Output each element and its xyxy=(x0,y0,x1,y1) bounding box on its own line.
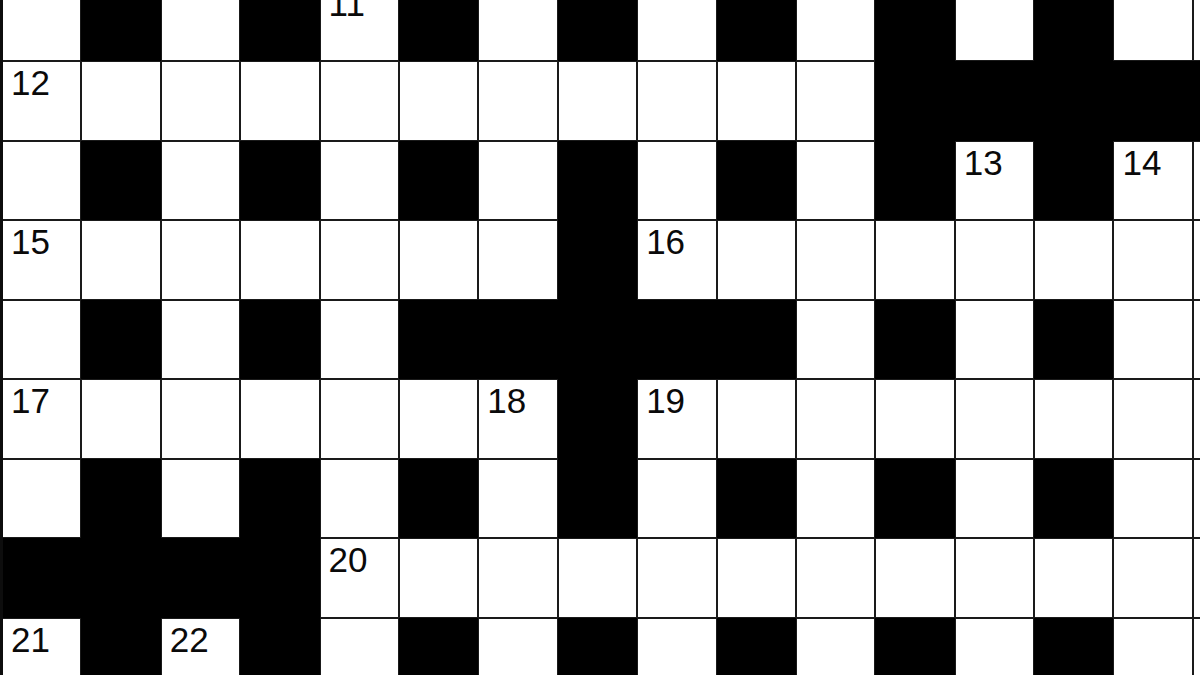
black-cell-r7-c6 xyxy=(399,459,478,539)
white-cell-r8-c10[interactable] xyxy=(717,538,796,618)
white-cell-r6-c16[interactable] xyxy=(1193,379,1200,459)
white-cell-r1-c3[interactable] xyxy=(161,0,240,61)
clue-number-22: 22 xyxy=(170,620,209,659)
white-cell-r7-c13[interactable] xyxy=(955,459,1034,539)
black-cell-r7-c2 xyxy=(81,459,160,539)
black-cell-r9-c12 xyxy=(875,618,954,675)
white-cell-r7-c15[interactable] xyxy=(1113,459,1192,539)
white-cell-r7-c9[interactable] xyxy=(637,459,716,539)
white-cell-r8-c6[interactable] xyxy=(399,538,478,618)
white-cell-r2-c2[interactable] xyxy=(81,61,160,141)
black-cell-r5-c2 xyxy=(81,300,160,380)
white-cell-r6-c4[interactable] xyxy=(240,379,319,459)
white-cell-r6-c12[interactable] xyxy=(875,379,954,459)
black-cell-r1-c10 xyxy=(717,0,796,61)
white-cell-r9-c3[interactable]: 22 xyxy=(161,618,240,675)
white-cell-r1-c9[interactable] xyxy=(637,0,716,61)
black-cell-r5-c10 xyxy=(717,300,796,380)
white-cell-r2-c9[interactable] xyxy=(637,61,716,141)
black-cell-r5-c6 xyxy=(399,300,478,380)
white-cell-r2-c11[interactable] xyxy=(796,61,875,141)
white-cell-r3-c7[interactable] xyxy=(478,141,557,221)
white-cell-r4-c12[interactable] xyxy=(875,220,954,300)
white-cell-r6-c14[interactable] xyxy=(1034,379,1113,459)
white-cell-r9-c7[interactable] xyxy=(478,618,557,675)
white-cell-r4-c15[interactable] xyxy=(1113,220,1192,300)
white-cell-r3-c13[interactable]: 13 xyxy=(955,141,1034,221)
white-cell-r9-c15[interactable] xyxy=(1113,618,1192,675)
white-cell-r3-c9[interactable] xyxy=(637,141,716,221)
white-cell-r2-c6[interactable] xyxy=(399,61,478,141)
white-cell-r2-c1[interactable]: 12 xyxy=(2,61,81,141)
white-cell-r4-c10[interactable] xyxy=(717,220,796,300)
white-cell-r6-c3[interactable] xyxy=(161,379,240,459)
black-cell-r5-c12 xyxy=(875,300,954,380)
black-cell-r1-c6 xyxy=(399,0,478,61)
black-cell-r3-c2 xyxy=(81,141,160,221)
black-cell-r1-c2 xyxy=(81,0,160,61)
white-cell-r2-c3[interactable] xyxy=(161,61,240,141)
black-cell-r7-c10 xyxy=(717,459,796,539)
white-cell-r4-c4[interactable] xyxy=(240,220,319,300)
white-cell-r4-c7[interactable] xyxy=(478,220,557,300)
black-cell-r9-c10 xyxy=(717,618,796,675)
black-cell-r9-c2 xyxy=(81,618,160,675)
black-cell-r5-c4 xyxy=(240,300,319,380)
clue-number-11: 11 xyxy=(329,0,365,23)
white-cell-r8-c16[interactable] xyxy=(1193,538,1200,618)
white-cell-r6-c6[interactable] xyxy=(399,379,478,459)
white-cell-r6-c1[interactable]: 17 xyxy=(2,379,81,459)
clue-number-20: 20 xyxy=(329,540,368,579)
white-cell-r4-c9[interactable]: 16 xyxy=(637,220,716,300)
white-cell-r9-c9[interactable] xyxy=(637,618,716,675)
black-cell-r9-c14 xyxy=(1034,618,1113,675)
white-cell-r6-c13[interactable] xyxy=(955,379,1034,459)
white-cell-r7-c16[interactable] xyxy=(1193,459,1200,539)
white-cell-r6-c11[interactable] xyxy=(796,379,875,459)
black-cell-r5-c14 xyxy=(1034,300,1113,380)
white-cell-r9-c1[interactable]: 21 xyxy=(2,618,81,675)
white-cell-r8-c15[interactable] xyxy=(1113,538,1192,618)
black-cell-r8-c3 xyxy=(161,538,240,618)
black-cell-r7-c14 xyxy=(1034,459,1113,539)
white-cell-r9-c5[interactable] xyxy=(320,618,399,675)
white-cell-r9-c16[interactable] xyxy=(1193,618,1200,675)
white-cell-r2-c8[interactable] xyxy=(558,61,637,141)
black-cell-r3-c4 xyxy=(240,141,319,221)
black-cell-r9-c4 xyxy=(240,618,319,675)
black-cell-r2-c15 xyxy=(1113,61,1192,141)
white-cell-r1-c11[interactable] xyxy=(796,0,875,61)
black-cell-r6-c8 xyxy=(558,379,637,459)
clue-number-12: 12 xyxy=(11,63,50,102)
black-cell-r1-c4 xyxy=(240,0,319,61)
white-cell-r7-c5[interactable] xyxy=(320,459,399,539)
white-cell-r6-c15[interactable] xyxy=(1113,379,1192,459)
black-cell-r2-c14 xyxy=(1034,61,1113,141)
white-cell-r6-c7[interactable]: 18 xyxy=(478,379,557,459)
white-cell-r8-c12[interactable] xyxy=(875,538,954,618)
white-cell-r2-c7[interactable] xyxy=(478,61,557,141)
black-cell-r3-c14 xyxy=(1034,141,1113,221)
white-cell-r1-c13[interactable] xyxy=(955,0,1034,61)
black-cell-r7-c4 xyxy=(240,459,319,539)
white-cell-r8-c13[interactable] xyxy=(955,538,1034,618)
white-cell-r5-c15[interactable] xyxy=(1113,300,1192,380)
white-cell-r4-c11[interactable] xyxy=(796,220,875,300)
crossword-viewport: 111213141516171819202122 xyxy=(0,0,1200,675)
white-cell-r7-c7[interactable] xyxy=(478,459,557,539)
white-cell-r9-c13[interactable] xyxy=(955,618,1034,675)
white-cell-r5-c5[interactable] xyxy=(320,300,399,380)
white-cell-r4-c3[interactable] xyxy=(161,220,240,300)
black-cell-r5-c9 xyxy=(637,300,716,380)
black-cell-r1-c14 xyxy=(1034,0,1113,61)
white-cell-r4-c1[interactable]: 15 xyxy=(2,220,81,300)
white-cell-r4-c6[interactable] xyxy=(399,220,478,300)
white-cell-r3-c16[interactable] xyxy=(1193,141,1200,221)
grid-left-border xyxy=(0,0,3,675)
black-cell-r3-c12 xyxy=(875,141,954,221)
white-cell-r3-c11[interactable] xyxy=(796,141,875,221)
white-cell-r6-c5[interactable] xyxy=(320,379,399,459)
black-cell-r9-c6 xyxy=(399,618,478,675)
white-cell-r8-c11[interactable] xyxy=(796,538,875,618)
black-cell-r8-c1 xyxy=(2,538,81,618)
clue-number-21: 21 xyxy=(11,620,50,659)
white-cell-r8-c8[interactable] xyxy=(558,538,637,618)
white-cell-r4-c5[interactable] xyxy=(320,220,399,300)
white-cell-r1-c1[interactable] xyxy=(2,0,81,61)
white-cell-r5-c13[interactable] xyxy=(955,300,1034,380)
black-cell-r7-c12 xyxy=(875,459,954,539)
white-cell-r6-c2[interactable] xyxy=(81,379,160,459)
white-cell-r5-c11[interactable] xyxy=(796,300,875,380)
white-cell-r8-c14[interactable] xyxy=(1034,538,1113,618)
white-cell-r2-c4[interactable] xyxy=(240,61,319,141)
white-cell-r8-c5[interactable]: 20 xyxy=(320,538,399,618)
white-cell-r2-c10[interactable] xyxy=(717,61,796,141)
black-cell-r3-c10 xyxy=(717,141,796,221)
clue-number-14: 14 xyxy=(1122,143,1161,182)
white-cell-r3-c3[interactable] xyxy=(161,141,240,221)
black-cell-r5-c7 xyxy=(478,300,557,380)
black-cell-r1-c8 xyxy=(558,0,637,61)
black-cell-r8-c4 xyxy=(240,538,319,618)
black-cell-r7-c8 xyxy=(558,459,637,539)
black-cell-r1-c12 xyxy=(875,0,954,61)
white-cell-r1-c7[interactable] xyxy=(478,0,557,61)
black-cell-r2-c16 xyxy=(1193,61,1200,141)
black-cell-r8-c2 xyxy=(81,538,160,618)
white-cell-r8-c9[interactable] xyxy=(637,538,716,618)
white-cell-r8-c7[interactable] xyxy=(478,538,557,618)
white-cell-r1-c15[interactable] xyxy=(1113,0,1192,61)
white-cell-r2-c5[interactable] xyxy=(320,61,399,141)
white-cell-r3-c5[interactable] xyxy=(320,141,399,221)
black-cell-r3-c6 xyxy=(399,141,478,221)
black-cell-r2-c12 xyxy=(875,61,954,141)
white-cell-r7-c11[interactable] xyxy=(796,459,875,539)
white-cell-r5-c3[interactable] xyxy=(161,300,240,380)
white-cell-r4-c16[interactable] xyxy=(1193,220,1200,300)
clue-number-18: 18 xyxy=(487,381,526,420)
white-cell-r7-c1[interactable] xyxy=(2,459,81,539)
white-cell-r1-c5[interactable]: 11 xyxy=(320,0,399,61)
clue-number-19: 19 xyxy=(646,381,685,420)
white-cell-r4-c14[interactable] xyxy=(1034,220,1113,300)
white-cell-r9-c11[interactable] xyxy=(796,618,875,675)
white-cell-r1-c16[interactable] xyxy=(1193,0,1200,61)
white-cell-r7-c3[interactable] xyxy=(161,459,240,539)
clue-number-17: 17 xyxy=(11,381,50,420)
black-cell-r3-c8 xyxy=(558,141,637,221)
white-cell-r5-c1[interactable] xyxy=(2,300,81,380)
white-cell-r6-c10[interactable] xyxy=(717,379,796,459)
clue-number-16: 16 xyxy=(646,222,685,261)
black-cell-r9-c8 xyxy=(558,618,637,675)
clue-number-13: 13 xyxy=(964,143,1003,182)
black-cell-r2-c13 xyxy=(955,61,1034,141)
clue-number-15: 15 xyxy=(11,222,50,261)
white-cell-r3-c1[interactable] xyxy=(2,141,81,221)
white-cell-r6-c9[interactable]: 19 xyxy=(637,379,716,459)
crossword-grid: 111213141516171819202122 xyxy=(2,0,1200,675)
white-cell-r5-c16[interactable] xyxy=(1193,300,1200,380)
black-cell-r4-c8 xyxy=(558,220,637,300)
black-cell-r5-c8 xyxy=(558,300,637,380)
white-cell-r3-c15[interactable]: 14 xyxy=(1113,141,1192,221)
white-cell-r4-c13[interactable] xyxy=(955,220,1034,300)
white-cell-r4-c2[interactable] xyxy=(81,220,160,300)
